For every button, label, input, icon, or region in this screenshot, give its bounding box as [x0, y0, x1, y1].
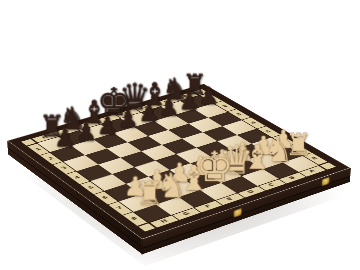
product-photo-scene: HGFEDCBA HGFEDCBA 12345678 12345678 ♜♞♝♚… — [0, 0, 360, 270]
border-corner — [319, 162, 338, 170]
brass-clasp — [321, 177, 329, 187]
chess-board: HGFEDCBA HGFEDCBA 12345678 12345678 ♜♞♝♚… — [8, 84, 351, 239]
chess-piece-white-rook[interactable]: ♜ — [135, 178, 164, 210]
border-corner — [137, 223, 157, 233]
brass-clasp — [234, 208, 243, 218]
